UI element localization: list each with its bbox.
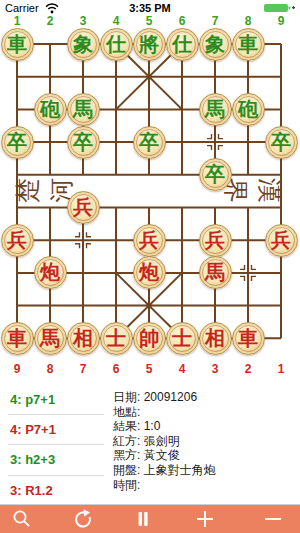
status-time: 3:35 PM xyxy=(0,2,300,14)
info-line: 地點: xyxy=(113,405,297,420)
file-number: 8 xyxy=(34,363,67,376)
move-list: 4: p7+14: P7+13: h2+33: R1.2 xyxy=(8,385,104,506)
pause-button[interactable] xyxy=(123,505,163,533)
piece-red[interactable]: 士 xyxy=(166,322,199,355)
piece-black[interactable]: 卒 xyxy=(67,126,100,159)
piece-black[interactable]: 仕 xyxy=(100,28,133,61)
piece-red[interactable]: 炮 xyxy=(34,256,67,289)
bottom-toolbar xyxy=(0,504,300,533)
file-number: 4 xyxy=(100,15,133,28)
piece-black[interactable]: 馬 xyxy=(67,93,100,126)
file-number: 8 xyxy=(232,15,265,28)
piece-black[interactable]: 將 xyxy=(133,28,166,61)
piece-red[interactable]: 兵 xyxy=(133,224,166,257)
search-button[interactable] xyxy=(2,505,42,533)
file-number: 5 xyxy=(133,15,166,28)
piece-black[interactable]: 仕 xyxy=(166,28,199,61)
file-number: 1 xyxy=(1,15,34,28)
piece-black[interactable]: 象 xyxy=(199,28,232,61)
piece-black[interactable]: 卒 xyxy=(133,126,166,159)
file-number: 3 xyxy=(67,15,100,28)
piece-red[interactable]: 相 xyxy=(67,322,100,355)
piece-red[interactable]: 車 xyxy=(232,322,265,355)
move-item[interactable]: 3: R1.2 xyxy=(8,476,104,506)
file-number: 9 xyxy=(265,15,298,28)
piece-red[interactable]: 相 xyxy=(199,322,232,355)
info-line: 日期: 20091206 xyxy=(113,390,297,405)
piece-red[interactable]: 兵 xyxy=(199,224,232,257)
pause-icon xyxy=(131,507,155,531)
info-line: 紅方: 張劍明 xyxy=(113,434,297,449)
file-number: 2 xyxy=(232,363,265,376)
piece-red[interactable]: 兵 xyxy=(265,224,298,257)
xiangqi-app: Carrier 3:35 PM 123456789 987654321 楚 河 … xyxy=(0,0,300,533)
piece-red[interactable]: 兵 xyxy=(1,224,34,257)
file-number: 2 xyxy=(34,15,67,28)
file-number: 4 xyxy=(166,363,199,376)
piece-red[interactable]: 帥 xyxy=(133,322,166,355)
info-line: 黑方: 黃文俊 xyxy=(113,448,297,463)
piece-red[interactable]: 馬 xyxy=(34,322,67,355)
refresh-icon xyxy=(71,507,95,531)
piece-black[interactable]: 卒 xyxy=(265,126,298,159)
file-number: 7 xyxy=(67,363,100,376)
piece-black[interactable]: 馬 xyxy=(199,93,232,126)
add-button[interactable] xyxy=(185,505,225,533)
piece-black[interactable]: 砲 xyxy=(34,93,67,126)
piece-black[interactable]: 卒 xyxy=(1,126,34,159)
piece-red[interactable]: 馬 xyxy=(199,256,232,289)
piece-black[interactable]: 卒 xyxy=(199,158,232,191)
battery-charging-icon xyxy=(263,3,296,13)
piece-black[interactable]: 車 xyxy=(232,28,265,61)
game-info-panel: 日期: 20091206地點: 結果: 1:0紅方: 張劍明黑方: 黃文俊開盤:… xyxy=(113,390,297,492)
info-line: 結果: 1:0 xyxy=(113,419,297,434)
file-number: 9 xyxy=(1,363,34,376)
file-number: 5 xyxy=(133,363,166,376)
piece-black[interactable]: 象 xyxy=(67,28,100,61)
plus-icon xyxy=(193,507,217,531)
file-number: 6 xyxy=(166,15,199,28)
xiangqi-board[interactable]: 車象仕將仕象車砲馬馬砲卒卒卒卒卒兵兵兵兵兵炮炮馬車馬相士帥士相車 xyxy=(1,28,298,355)
info-line: 時間: xyxy=(113,478,297,493)
move-item[interactable]: 3: h2+3 xyxy=(8,445,104,475)
info-line: 開盤: 上象對士角炮 xyxy=(113,463,297,478)
piece-red[interactable]: 炮 xyxy=(133,256,166,289)
file-number: 7 xyxy=(199,15,232,28)
search-icon xyxy=(10,507,34,531)
file-number: 6 xyxy=(100,363,133,376)
move-item[interactable]: 4: p7+1 xyxy=(8,385,104,415)
piece-red[interactable]: 兵 xyxy=(67,191,100,224)
minus-icon xyxy=(261,507,285,531)
file-number: 1 xyxy=(265,363,298,376)
replay-button[interactable] xyxy=(63,505,103,533)
move-item[interactable]: 4: P7+1 xyxy=(8,415,104,445)
file-number: 3 xyxy=(199,363,232,376)
piece-red[interactable]: 車 xyxy=(1,322,34,355)
piece-red[interactable]: 士 xyxy=(100,322,133,355)
piece-black[interactable]: 車 xyxy=(1,28,34,61)
piece-black[interactable]: 砲 xyxy=(232,93,265,126)
remove-button[interactable] xyxy=(253,505,293,533)
